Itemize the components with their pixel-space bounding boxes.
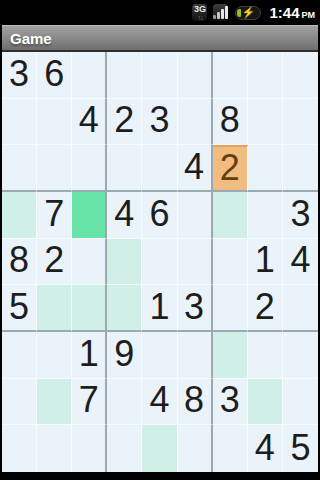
cell-r7c7[interactable]: [213, 332, 248, 379]
data-arrows-icon: ↑↓: [197, 14, 202, 21]
cell-r2c3[interactable]: 4: [72, 99, 107, 146]
cell-r3c8[interactable]: [248, 145, 283, 192]
cell-r8c9[interactable]: [283, 379, 318, 426]
cell-r7c5[interactable]: [142, 332, 177, 379]
cell-r4c1[interactable]: [2, 192, 37, 239]
time-suffix: PM: [302, 10, 316, 20]
cell-r4c6[interactable]: [178, 192, 213, 239]
cell-r7c3[interactable]: 1: [72, 332, 107, 379]
cell-r5c1[interactable]: 8: [2, 239, 37, 286]
cell-r7c1[interactable]: [2, 332, 37, 379]
cell-r8c6[interactable]: 8: [178, 379, 213, 426]
cell-r9c9[interactable]: 5: [283, 425, 318, 472]
cell-r8c7[interactable]: 3: [213, 379, 248, 426]
page-title: Game: [10, 30, 52, 47]
signal-strength-icon: [212, 3, 229, 22]
cell-r8c4[interactable]: [107, 379, 142, 426]
cell-r4c7[interactable]: [213, 192, 248, 239]
cell-r4c2[interactable]: 7: [37, 192, 72, 239]
cell-r5c6[interactable]: [178, 239, 213, 286]
cell-r7c2[interactable]: [37, 332, 72, 379]
3g-label: 3G: [194, 5, 206, 14]
cell-r9c7[interactable]: [213, 425, 248, 472]
cell-r7c9[interactable]: [283, 332, 318, 379]
cell-r5c3[interactable]: [72, 239, 107, 286]
cell-r9c2[interactable]: [37, 425, 72, 472]
cell-r7c4[interactable]: 9: [107, 332, 142, 379]
cell-r3c2[interactable]: [37, 145, 72, 192]
cell-r8c1[interactable]: [2, 379, 37, 426]
cell-r3c1[interactable]: [2, 145, 37, 192]
cell-r9c4[interactable]: [107, 425, 142, 472]
cell-r6c2[interactable]: [37, 285, 72, 332]
cell-r4c5[interactable]: 6: [142, 192, 177, 239]
cell-r6c7[interactable]: [213, 285, 248, 332]
cell-r3c5[interactable]: [142, 145, 177, 192]
cell-r8c3[interactable]: 7: [72, 379, 107, 426]
cell-r1c4[interactable]: [107, 52, 142, 99]
cell-r8c5[interactable]: 4: [142, 379, 177, 426]
cell-r6c8[interactable]: 2: [248, 285, 283, 332]
cell-r4c4[interactable]: 4: [107, 192, 142, 239]
cell-r5c4[interactable]: [107, 239, 142, 286]
cell-r2c9[interactable]: [283, 99, 318, 146]
cell-r5c8[interactable]: 1: [248, 239, 283, 286]
cell-r6c9[interactable]: [283, 285, 318, 332]
cell-r4c3[interactable]: [72, 192, 107, 239]
time-text: 1:44: [269, 4, 299, 21]
cell-r4c8[interactable]: [248, 192, 283, 239]
battery-charging-icon: ⚡: [235, 6, 261, 20]
cell-r2c2[interactable]: [37, 99, 72, 146]
cell-r2c4[interactable]: 2: [107, 99, 142, 146]
cell-r1c7[interactable]: [213, 52, 248, 99]
cell-r8c8[interactable]: [248, 379, 283, 426]
cell-r1c3[interactable]: [72, 52, 107, 99]
cell-r1c8[interactable]: [248, 52, 283, 99]
cell-r2c7[interactable]: 8: [213, 99, 248, 146]
phone-screen: 3G ↑↓ ⚡ 1:44PM Game 36423842746382145132…: [0, 0, 320, 480]
cell-r3c3[interactable]: [72, 145, 107, 192]
cell-r2c1[interactable]: [2, 99, 37, 146]
signal-bars: [213, 6, 228, 19]
cell-r6c3[interactable]: [72, 285, 107, 332]
cell-r3c4[interactable]: [107, 145, 142, 192]
cell-r6c6[interactable]: 3: [178, 285, 213, 332]
cell-r4c9[interactable]: 3: [283, 192, 318, 239]
cell-r7c8[interactable]: [248, 332, 283, 379]
cell-r2c5[interactable]: 3: [142, 99, 177, 146]
cell-r6c4[interactable]: [107, 285, 142, 332]
cell-r2c6[interactable]: [178, 99, 213, 146]
cell-r9c1[interactable]: [2, 425, 37, 472]
lightning-bolt-icon: ⚡: [242, 7, 256, 18]
cell-r3c9[interactable]: [283, 145, 318, 192]
battery-nub: [237, 9, 241, 17]
sudoku-board[interactable]: 3642384274638214513219748345: [2, 52, 318, 472]
title-bar: Game: [2, 25, 318, 52]
cell-r3c7[interactable]: 2: [213, 145, 248, 192]
cell-r5c9[interactable]: 4: [283, 239, 318, 286]
status-clock: 1:44PM: [269, 4, 315, 21]
status-bar: 3G ↑↓ ⚡ 1:44PM: [0, 0, 320, 25]
cell-r5c2[interactable]: 2: [37, 239, 72, 286]
cell-r1c1[interactable]: 3: [2, 52, 37, 99]
cell-r9c8[interactable]: 4: [248, 425, 283, 472]
cell-r7c6[interactable]: [178, 332, 213, 379]
cell-r6c1[interactable]: 5: [2, 285, 37, 332]
cell-r8c2[interactable]: [37, 379, 72, 426]
cell-r5c5[interactable]: [142, 239, 177, 286]
cell-r1c2[interactable]: 6: [37, 52, 72, 99]
3g-network-icon: 3G ↑↓: [191, 3, 208, 22]
cell-r9c6[interactable]: [178, 425, 213, 472]
cell-r2c8[interactable]: [248, 99, 283, 146]
cell-r1c6[interactable]: [178, 52, 213, 99]
cell-r6c5[interactable]: 1: [142, 285, 177, 332]
cell-r1c9[interactable]: [283, 52, 318, 99]
cell-r3c6[interactable]: 4: [178, 145, 213, 192]
cell-r9c3[interactable]: [72, 425, 107, 472]
cell-r9c5[interactable]: [142, 425, 177, 472]
cell-r1c5[interactable]: [142, 52, 177, 99]
cell-r5c7[interactable]: [213, 239, 248, 286]
